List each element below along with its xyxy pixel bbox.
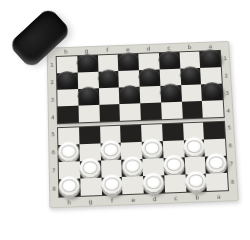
- square-b4[interactable]: [181, 101, 203, 119]
- square-e3[interactable]: [119, 87, 140, 104]
- white-checker[interactable]: [58, 141, 80, 161]
- square-c7[interactable]: [163, 157, 185, 175]
- coord-label: 2: [222, 67, 231, 85]
- square-a3[interactable]: [201, 84, 222, 101]
- square-b2[interactable]: [180, 68, 201, 85]
- black-checker[interactable]: [77, 53, 98, 71]
- square-a4[interactable]: [202, 100, 224, 117]
- coord-label: f: [97, 47, 118, 54]
- square-c5[interactable]: [162, 123, 184, 141]
- black-checker[interactable]: [158, 50, 179, 68]
- square-h6[interactable]: [58, 144, 79, 162]
- black-checker[interactable]: [201, 81, 223, 99]
- playing-area: [56, 50, 229, 198]
- square-f3[interactable]: [98, 87, 119, 104]
- square-a5[interactable]: [203, 122, 225, 140]
- white-checker[interactable]: [163, 154, 185, 174]
- white-checker[interactable]: [185, 170, 207, 190]
- coord-label: f: [101, 197, 123, 204]
- black-checker[interactable]: [98, 69, 119, 87]
- square-b3[interactable]: [181, 84, 202, 101]
- square-f6[interactable]: [100, 143, 121, 161]
- coord-label: b: [179, 44, 200, 50]
- coord-label: d: [144, 195, 166, 202]
- square-f4[interactable]: [99, 104, 120, 122]
- white-checker[interactable]: [205, 152, 227, 172]
- black-checker[interactable]: [199, 49, 221, 67]
- board-half-top: [56, 50, 225, 124]
- square-d4[interactable]: [140, 103, 161, 121]
- white-checker[interactable]: [121, 156, 143, 176]
- coord-label: c: [165, 194, 187, 201]
- coord-label: 5: [225, 119, 234, 137]
- white-checker[interactable]: [143, 172, 165, 192]
- coord-label: 1: [221, 50, 230, 67]
- coord-label: 4: [224, 101, 233, 119]
- coord-label: d: [138, 45, 159, 52]
- black-checker[interactable]: [118, 52, 139, 70]
- coord-label: b: [186, 193, 208, 200]
- square-e7[interactable]: [121, 159, 143, 177]
- square-g3[interactable]: [78, 88, 99, 105]
- square-e1[interactable]: [118, 54, 139, 71]
- square-h3[interactable]: [57, 89, 78, 106]
- white-checker[interactable]: [79, 157, 101, 177]
- square-g8[interactable]: [80, 178, 102, 196]
- coord-label: 6: [226, 137, 235, 155]
- square-c1[interactable]: [159, 52, 180, 69]
- square-g4[interactable]: [78, 105, 99, 123]
- black-checker[interactable]: [57, 70, 78, 88]
- square-e5[interactable]: [120, 125, 141, 143]
- coord-label: e: [122, 196, 144, 203]
- square-b6[interactable]: [183, 139, 205, 157]
- coord-label: 3: [223, 84, 232, 102]
- black-checker[interactable]: [139, 67, 160, 85]
- white-checker[interactable]: [59, 175, 81, 195]
- square-f8[interactable]: [101, 177, 123, 195]
- square-g7[interactable]: [80, 161, 101, 179]
- coord-label: a: [208, 193, 230, 200]
- white-checker[interactable]: [141, 138, 163, 158]
- white-checker[interactable]: [100, 139, 122, 159]
- coord-label: h: [56, 49, 77, 56]
- square-e4[interactable]: [120, 103, 141, 121]
- board-mat: hgfedcba 12345678 12345678 hgfedcba: [47, 41, 239, 208]
- square-a8[interactable]: [206, 173, 228, 191]
- coord-label: 8: [228, 173, 237, 191]
- square-c8[interactable]: [164, 174, 186, 192]
- square-d2[interactable]: [139, 69, 160, 86]
- square-c4[interactable]: [161, 102, 182, 120]
- square-f2[interactable]: [98, 71, 119, 88]
- square-a7[interactable]: [205, 156, 227, 174]
- coord-label: g: [80, 198, 102, 205]
- square-g5[interactable]: [79, 127, 100, 145]
- white-checker[interactable]: [101, 174, 123, 194]
- square-d6[interactable]: [142, 141, 164, 159]
- square-h4[interactable]: [58, 106, 79, 124]
- coord-label: h: [58, 198, 80, 205]
- square-d3[interactable]: [140, 86, 161, 103]
- white-checker[interactable]: [183, 136, 205, 156]
- coord-label: 7: [227, 155, 236, 173]
- square-d8[interactable]: [143, 175, 165, 193]
- square-e8[interactable]: [122, 176, 144, 194]
- board-half-bottom: [57, 121, 229, 198]
- black-checker[interactable]: [180, 66, 202, 84]
- square-b8[interactable]: [185, 174, 207, 192]
- square-h8[interactable]: [59, 179, 80, 197]
- square-c3[interactable]: [160, 85, 181, 102]
- black-checker[interactable]: [160, 83, 182, 101]
- square-g1[interactable]: [77, 55, 98, 72]
- square-h2[interactable]: [57, 73, 78, 90]
- black-checker[interactable]: [78, 86, 99, 104]
- square-a1[interactable]: [199, 51, 220, 68]
- black-checker[interactable]: [119, 84, 140, 102]
